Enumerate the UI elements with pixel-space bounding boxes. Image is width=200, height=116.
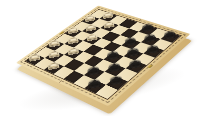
brass-clasp-near-edge bbox=[147, 64, 153, 68]
board-scene: ⛂⛂⛂⛂⛂⛂⛂⛂⛂⛂⛂⛂⛂⛂⛂⛂⛂⛂⛂⛂⛂⛂⛂⛂ bbox=[29, 0, 176, 116]
board-square[interactable]: ⛂ bbox=[144, 46, 164, 58]
product-photo-background: ⛂⛂⛂⛂⛂⛂⛂⛂⛂⛂⛂⛂⛂⛂⛂⛂⛂⛂⛂⛂⛂⛂⛂⛂ bbox=[0, 0, 200, 116]
white-piece[interactable]: ⛂ bbox=[28, 49, 42, 65]
black-piece[interactable]: ⛂ bbox=[108, 71, 124, 89]
black-piece[interactable]: ⛂ bbox=[128, 55, 143, 72]
black-piece[interactable]: ⛂ bbox=[163, 26, 177, 42]
black-piece[interactable]: ⛂ bbox=[146, 40, 161, 57]
board-grid: ⛂⛂⛂⛂⛂⛂⛂⛂⛂⛂⛂⛂⛂⛂⛂⛂⛂⛂⛂⛂⛂⛂⛂⛂ bbox=[24, 9, 182, 100]
